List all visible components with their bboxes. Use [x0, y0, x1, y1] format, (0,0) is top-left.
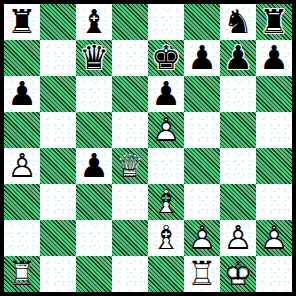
- square-a8[interactable]: ♜: [4, 4, 40, 40]
- square-f4[interactable]: [184, 148, 220, 184]
- square-b3[interactable]: [40, 184, 76, 220]
- piece-black-pawn: ♟: [256, 40, 292, 76]
- piece-black-rook: ♜: [256, 4, 292, 40]
- piece-black-pawn: ♟: [4, 76, 40, 112]
- square-a6[interactable]: ♟: [4, 76, 40, 112]
- square-e4[interactable]: [148, 148, 184, 184]
- piece-black-pawn: ♟: [148, 76, 184, 112]
- piece-white-pawn: ♟♙: [220, 220, 256, 256]
- piece-white-pawn: ♟♙: [148, 112, 184, 148]
- square-g8[interactable]: ♞: [220, 4, 256, 40]
- piece-white-pawn: ♟♙: [4, 148, 40, 184]
- piece-black-pawn: ♟: [220, 40, 256, 76]
- piece-black-bishop: ♝: [76, 4, 112, 40]
- square-e2[interactable]: ♝♗: [148, 220, 184, 256]
- square-b8[interactable]: [40, 4, 76, 40]
- square-c6[interactable]: [76, 76, 112, 112]
- piece-black-pawn: ♟: [184, 40, 220, 76]
- white-pawn-outline: ♙: [4, 148, 40, 184]
- square-e8[interactable]: [148, 4, 184, 40]
- white-rook-outline: ♖: [184, 256, 220, 292]
- square-e5[interactable]: ♟♙: [148, 112, 184, 148]
- white-queen-outline: ♕: [112, 148, 148, 184]
- piece-black-queen: ♛: [76, 40, 112, 76]
- square-a7[interactable]: [4, 40, 40, 76]
- square-c8[interactable]: ♝: [76, 4, 112, 40]
- chess-board: ♜♝♞♜♛♚♟♟♟♟♟♟♙♟♙♟♛♕♝♗♝♗♟♙♟♙♟♙♜♖♜♖♚♔: [4, 4, 292, 292]
- square-c5[interactable]: [76, 112, 112, 148]
- piece-black-pawn: ♟: [76, 148, 112, 184]
- square-a3[interactable]: [4, 184, 40, 220]
- square-d5[interactable]: [112, 112, 148, 148]
- square-b4[interactable]: [40, 148, 76, 184]
- square-d8[interactable]: [112, 4, 148, 40]
- square-f3[interactable]: [184, 184, 220, 220]
- square-f1[interactable]: ♜♖: [184, 256, 220, 292]
- piece-black-king: ♚: [148, 40, 184, 76]
- square-g1[interactable]: ♚♔: [220, 256, 256, 292]
- square-h1[interactable]: [256, 256, 292, 292]
- white-bishop-outline: ♗: [148, 184, 184, 220]
- square-f8[interactable]: [184, 4, 220, 40]
- square-d1[interactable]: [112, 256, 148, 292]
- square-a2[interactable]: [4, 220, 40, 256]
- square-f5[interactable]: [184, 112, 220, 148]
- square-d7[interactable]: [112, 40, 148, 76]
- white-rook-outline: ♖: [4, 256, 40, 292]
- piece-white-queen: ♛♕: [112, 148, 148, 184]
- square-d3[interactable]: [112, 184, 148, 220]
- square-h2[interactable]: ♟♙: [256, 220, 292, 256]
- square-b7[interactable]: [40, 40, 76, 76]
- piece-black-rook: ♜: [4, 4, 40, 40]
- square-e6[interactable]: ♟: [148, 76, 184, 112]
- piece-white-rook: ♜♖: [184, 256, 220, 292]
- square-a1[interactable]: ♜♖: [4, 256, 40, 292]
- white-bishop-outline: ♗: [148, 220, 184, 256]
- piece-white-bishop: ♝♗: [148, 220, 184, 256]
- square-h8[interactable]: ♜: [256, 4, 292, 40]
- square-f7[interactable]: ♟: [184, 40, 220, 76]
- piece-white-pawn: ♟♙: [256, 220, 292, 256]
- square-g6[interactable]: [220, 76, 256, 112]
- square-a5[interactable]: [4, 112, 40, 148]
- square-c3[interactable]: [76, 184, 112, 220]
- square-d2[interactable]: [112, 220, 148, 256]
- square-h6[interactable]: [256, 76, 292, 112]
- square-b6[interactable]: [40, 76, 76, 112]
- square-f2[interactable]: ♟♙: [184, 220, 220, 256]
- square-c2[interactable]: [76, 220, 112, 256]
- square-d6[interactable]: [112, 76, 148, 112]
- square-g4[interactable]: [220, 148, 256, 184]
- white-king-outline: ♔: [220, 256, 256, 292]
- piece-white-bishop: ♝♗: [148, 184, 184, 220]
- square-e7[interactable]: ♚: [148, 40, 184, 76]
- square-g2[interactable]: ♟♙: [220, 220, 256, 256]
- square-c4[interactable]: ♟: [76, 148, 112, 184]
- square-f6[interactable]: [184, 76, 220, 112]
- square-b2[interactable]: [40, 220, 76, 256]
- square-b1[interactable]: [40, 256, 76, 292]
- white-pawn-outline: ♙: [256, 220, 292, 256]
- white-pawn-outline: ♙: [148, 112, 184, 148]
- square-c7[interactable]: ♛: [76, 40, 112, 76]
- square-d4[interactable]: ♛♕: [112, 148, 148, 184]
- square-e1[interactable]: [148, 256, 184, 292]
- square-a4[interactable]: ♟♙: [4, 148, 40, 184]
- square-e3[interactable]: ♝♗: [148, 184, 184, 220]
- piece-white-pawn: ♟♙: [184, 220, 220, 256]
- piece-black-knight: ♞: [220, 4, 256, 40]
- square-h3[interactable]: [256, 184, 292, 220]
- white-pawn-outline: ♙: [184, 220, 220, 256]
- square-h5[interactable]: [256, 112, 292, 148]
- square-c1[interactable]: [76, 256, 112, 292]
- square-g3[interactable]: [220, 184, 256, 220]
- piece-white-king: ♚♔: [220, 256, 256, 292]
- square-b5[interactable]: [40, 112, 76, 148]
- square-h4[interactable]: [256, 148, 292, 184]
- piece-white-rook: ♜♖: [4, 256, 40, 292]
- square-g5[interactable]: [220, 112, 256, 148]
- chess-board-frame: ♜♝♞♜♛♚♟♟♟♟♟♟♙♟♙♟♛♕♝♗♝♗♟♙♟♙♟♙♜♖♜♖♚♔: [0, 0, 296, 296]
- white-pawn-outline: ♙: [220, 220, 256, 256]
- square-h7[interactable]: ♟: [256, 40, 292, 76]
- square-g7[interactable]: ♟: [220, 40, 256, 76]
